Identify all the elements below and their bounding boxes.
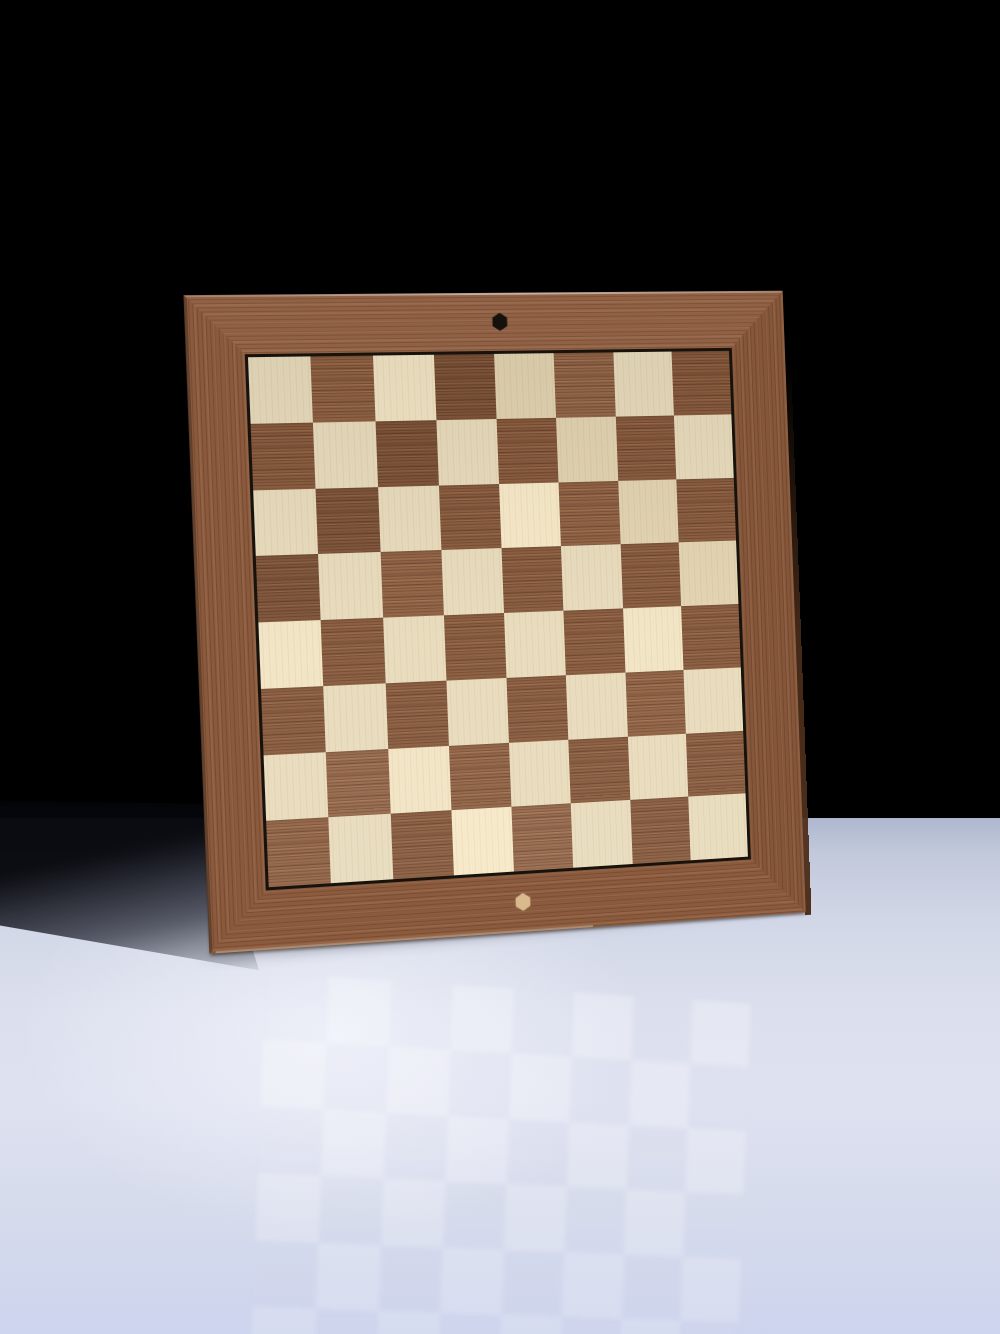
square-e6 [499,482,561,548]
checkerboard-grid [248,351,748,887]
square-g3 [625,670,686,737]
square-a8 [248,356,313,423]
square-g6 [619,1319,680,1334]
square-f6 [559,1317,621,1334]
square-a3 [261,686,326,755]
square-f1 [571,800,632,868]
square-h3 [685,1128,746,1195]
square-a5 [253,1240,319,1309]
square-e2 [509,739,571,807]
square-b3 [321,1110,386,1179]
square-d4 [443,1182,507,1250]
square-f5 [561,544,622,610]
square-g4 [624,1190,685,1257]
square-g4 [623,606,684,672]
square-e4 [504,611,566,678]
square-h3 [683,667,743,733]
square-c2 [388,745,451,814]
square-h1 [690,1000,751,1068]
square-b2 [324,1043,389,1113]
square-c1 [390,810,453,879]
square-e3 [506,675,568,742]
square-e8 [494,353,556,419]
square-g5 [622,1255,683,1322]
square-g2 [629,1061,690,1129]
square-d5 [440,1248,504,1316]
square-h5 [681,1257,742,1323]
square-f3 [567,1122,629,1190]
square-e7 [497,418,559,484]
square-a4 [255,1173,321,1242]
square-g3 [626,1125,687,1192]
square-f8 [554,352,615,417]
square-c5 [379,1245,443,1313]
square-f3 [566,672,627,739]
square-g8 [613,352,674,417]
board-reflection [204,930,804,1334]
square-f2 [569,1057,631,1125]
square-c6 [376,1312,440,1334]
square-b1 [326,977,391,1047]
square-h8 [671,351,731,415]
square-f6 [559,480,620,546]
square-c4 [381,1179,445,1248]
frame-rail-top [183,291,784,355]
square-f4 [564,608,625,675]
square-c3 [384,1113,448,1182]
square-d4 [444,613,507,680]
square-a6 [250,1307,316,1334]
square-d3 [446,678,509,746]
square-b7 [313,421,377,488]
square-b6 [313,1309,378,1334]
square-b8 [311,356,375,423]
square-f2 [569,736,630,803]
square-c4 [383,615,447,683]
square-h1 [688,794,748,861]
square-f4 [564,1187,626,1254]
square-e5 [502,546,564,613]
chessboard [183,291,805,954]
square-a6 [253,488,318,556]
square-d2 [448,1050,512,1119]
square-d5 [441,548,504,615]
square-f1 [572,992,634,1060]
square-e6 [499,1315,562,1334]
square-g2 [627,733,688,800]
square-h5 [678,541,738,606]
square-f5 [562,1252,624,1319]
square-c6 [378,485,442,552]
square-g1 [630,797,691,864]
reflection-checkerboard [245,973,751,1334]
square-b5 [318,552,382,620]
square-d3 [445,1116,509,1185]
square-g5 [620,543,681,609]
square-b5 [316,1243,381,1312]
square-a7 [251,422,316,490]
square-g7 [615,415,676,480]
square-a2 [260,1039,326,1109]
square-d8 [434,354,497,420]
square-b4 [319,1176,384,1245]
square-e1 [511,804,573,872]
square-g6 [618,479,679,545]
square-d7 [436,419,499,485]
playing-area [245,348,751,891]
square-a2 [264,752,329,821]
square-b2 [326,749,390,818]
square-h4 [681,604,741,670]
square-h6 [678,1321,739,1334]
square-a1 [263,973,329,1044]
square-d1 [451,985,514,1054]
square-b1 [329,814,393,883]
square-a4 [258,620,323,689]
square-c2 [386,1047,450,1116]
square-h4 [683,1193,744,1260]
square-f7 [556,416,617,482]
square-c8 [372,355,436,421]
square-h2 [688,1064,749,1131]
square-e4 [504,1185,567,1253]
square-d1 [451,807,514,875]
square-c1 [389,981,453,1051]
square-e1 [512,988,575,1057]
square-g1 [631,996,692,1064]
square-d6 [439,484,502,551]
square-a5 [256,554,321,622]
square-h2 [686,730,746,796]
square-a3 [258,1106,324,1176]
square-d6 [438,1314,502,1334]
square-e2 [509,1054,572,1122]
square-c7 [375,420,439,487]
square-h7 [674,414,734,479]
square-d2 [449,742,512,810]
square-h6 [676,477,736,542]
square-b3 [323,683,387,752]
square-c5 [380,550,444,617]
square-e3 [507,1119,570,1187]
square-c3 [385,680,449,748]
square-b4 [321,618,385,686]
square-a1 [266,817,331,887]
photo-stage [0,0,1000,1334]
square-e5 [501,1250,564,1317]
square-b6 [316,487,380,555]
